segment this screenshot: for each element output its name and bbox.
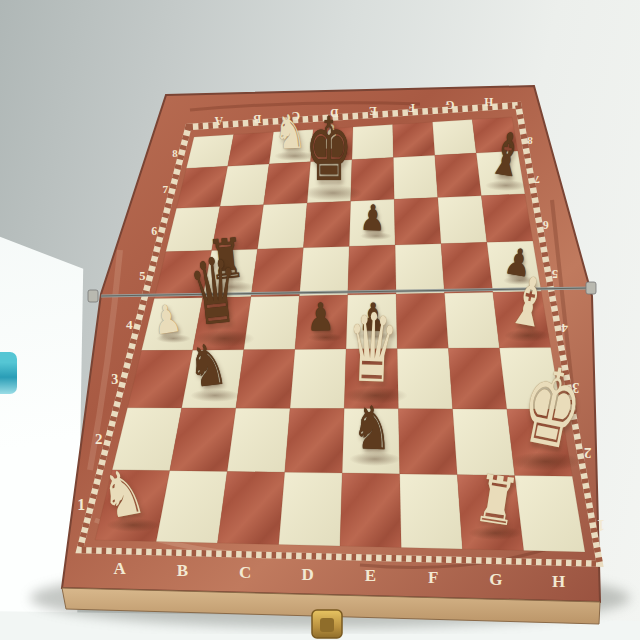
rank-label-right-8: 8 <box>527 135 532 147</box>
square-d4 <box>295 295 348 349</box>
square-f8 <box>393 122 435 157</box>
square-h7 <box>476 151 525 196</box>
rank-label-right-5: 5 <box>552 267 558 281</box>
square-g4 <box>445 292 500 348</box>
square-f3 <box>397 348 452 409</box>
rank-label-left-3: 3 <box>111 371 118 387</box>
rank-label-right-2: 2 <box>584 445 592 461</box>
file-label-top-b: B <box>253 113 261 125</box>
square-a8 <box>186 135 233 169</box>
square-e6 <box>349 199 395 246</box>
file-label-top-g: G <box>446 99 455 111</box>
rank-label-left-5: 5 <box>139 269 145 283</box>
file-label-bottom-d: D <box>302 565 314 584</box>
square-c6 <box>258 203 308 249</box>
square-e2 <box>342 409 400 474</box>
square-g2 <box>453 409 515 476</box>
square-e7 <box>351 157 395 201</box>
square-d3 <box>290 349 346 408</box>
square-b4 <box>193 297 251 350</box>
square-g5 <box>441 242 493 293</box>
square-g8 <box>433 120 477 156</box>
square-f1 <box>400 474 463 549</box>
square-h4 <box>493 291 551 347</box>
rank-label-right-7: 7 <box>534 174 540 186</box>
square-d5 <box>299 246 349 296</box>
square-c2 <box>227 408 290 472</box>
square-d7 <box>307 160 352 203</box>
rank-label-right-4: 4 <box>561 321 568 336</box>
square-b2 <box>170 408 236 471</box>
square-c3 <box>236 349 295 408</box>
square-h3 <box>500 348 562 410</box>
rank-label-left-4: 4 <box>126 317 133 332</box>
square-h6 <box>481 194 532 242</box>
square-e4 <box>346 294 397 349</box>
square-h2 <box>507 409 572 476</box>
rank-label-left-8: 8 <box>172 147 177 159</box>
square-f5 <box>395 244 444 294</box>
square-g7 <box>435 153 482 197</box>
file-label-top-f: F <box>408 102 415 114</box>
square-e5 <box>348 245 396 295</box>
square-d2 <box>285 408 345 473</box>
rank-label-left-6: 6 <box>151 224 157 238</box>
square-b6 <box>212 205 264 251</box>
file-label-bottom-f: F <box>428 568 438 587</box>
square-c8 <box>269 130 313 165</box>
rank-label-left-1: 1 <box>77 496 85 513</box>
square-d8 <box>311 127 353 162</box>
square-e3 <box>344 349 398 409</box>
square-f6 <box>394 198 441 245</box>
rank-label-left-7: 7 <box>163 183 169 195</box>
file-label-top-a: A <box>214 115 223 127</box>
square-e8 <box>352 125 393 160</box>
file-label-bottom-h: H <box>552 572 565 591</box>
rank-label-right-3: 3 <box>572 380 579 396</box>
file-label-bottom-c: C <box>239 563 251 582</box>
square-g6 <box>438 196 487 244</box>
square-f7 <box>393 155 437 199</box>
file-label-bottom-g: G <box>489 570 502 589</box>
hinge-left <box>88 290 98 302</box>
file-label-top-d: D <box>330 107 338 119</box>
rank-label-right-1: 1 <box>597 517 605 534</box>
square-e1 <box>340 473 401 547</box>
square-b5 <box>203 249 258 298</box>
square-c4 <box>244 296 300 350</box>
square-c7 <box>264 162 311 205</box>
rank-label-right-6: 6 <box>543 218 549 232</box>
square-h8 <box>472 117 517 153</box>
square-d6 <box>303 201 350 248</box>
square-d1 <box>279 472 343 546</box>
square-b7 <box>220 164 269 206</box>
square-g3 <box>448 348 506 409</box>
file-label-bottom-e: E <box>365 566 376 585</box>
brass-clasp-detail <box>320 618 334 632</box>
file-label-top-e: E <box>369 105 377 117</box>
file-label-bottom-b: B <box>177 561 188 580</box>
square-f4 <box>396 293 448 348</box>
file-label-bottom-a: A <box>113 559 126 578</box>
square-b3 <box>182 350 244 408</box>
square-c5 <box>251 248 303 297</box>
square-g1 <box>457 475 523 551</box>
square-h5 <box>487 241 541 292</box>
rank-label-left-2: 2 <box>95 431 103 447</box>
photo-scene: AABBCCDDEEFFGGHH8877665544332211 ♞♟♚♝♟♜♟… <box>0 0 640 640</box>
square-c1 <box>218 471 285 544</box>
file-label-top-c: C <box>292 110 300 122</box>
square-f2 <box>398 409 457 475</box>
chess-board: AABBCCDDEEFFGGHH8877665544332211 <box>0 0 640 640</box>
square-b8 <box>228 132 274 166</box>
file-label-top-h: H <box>484 96 493 108</box>
hinge-right <box>586 282 596 294</box>
